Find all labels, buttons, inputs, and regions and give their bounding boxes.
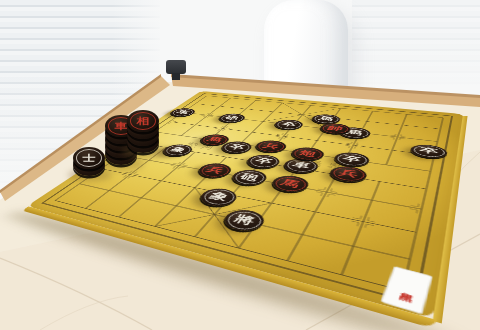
piece-character: 炮 xyxy=(298,149,318,157)
piece-character: 車 xyxy=(291,161,312,170)
piece-character: 卒 xyxy=(227,143,246,150)
piece-character: 象 xyxy=(169,146,188,153)
piece-character: 卒 xyxy=(254,157,274,166)
piece-character: 兵 xyxy=(338,169,359,179)
piece-character: 象 xyxy=(208,191,231,202)
piece-character: 將 xyxy=(232,213,257,226)
table-edge-clamp xyxy=(166,60,186,74)
piece-character: 卒 xyxy=(342,155,362,164)
scene: 楚河 漢界 象棋用品 車砲卒馬馬卒象卒卒車卒砲象將帥炮馬馬兵兵兵 車相士 xyxy=(0,0,480,330)
piece-character: 卒 xyxy=(280,121,297,127)
piece-character: 士 xyxy=(83,152,96,164)
stack-top-piece: 士 xyxy=(73,147,105,169)
piece-character: 卒 xyxy=(419,147,439,155)
piece-character: 砲 xyxy=(239,172,261,182)
piece-character: 帥 xyxy=(326,125,344,131)
piece-character: 兵 xyxy=(262,142,281,149)
piece-character: 馬 xyxy=(279,178,301,188)
piece-character: 相 xyxy=(137,115,150,127)
piece-character: 車 xyxy=(115,120,128,132)
brand-sticker-text: 象棋用品 xyxy=(400,285,414,292)
piece-character: 馬 xyxy=(318,116,335,122)
piece-character: 車 xyxy=(175,110,191,115)
piece-character: 砲 xyxy=(224,115,241,121)
stack-top-piece: 相 xyxy=(127,110,159,132)
piece-character: 兵 xyxy=(205,165,226,174)
piece-character: 馬 xyxy=(206,136,224,143)
